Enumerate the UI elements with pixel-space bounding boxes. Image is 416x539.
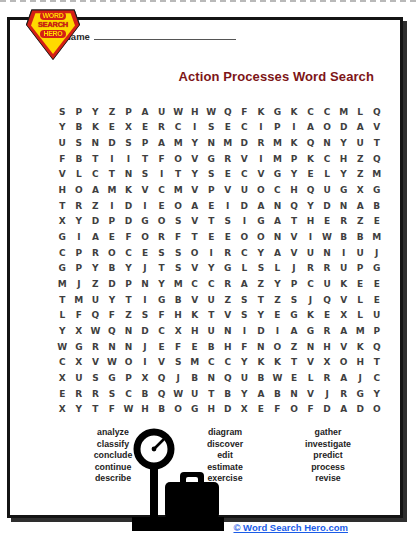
- grid-cell: Y: [87, 260, 104, 276]
- grid-cell: A: [269, 245, 286, 261]
- grid-cell: Z: [219, 292, 236, 308]
- grid-cell: I: [253, 120, 270, 136]
- grid-cell: Y: [54, 323, 71, 339]
- page-title: Action Processes Word Search: [179, 69, 374, 84]
- grid-cell: J: [302, 292, 319, 308]
- grid-cell: I: [153, 167, 170, 183]
- grid-cell: P: [269, 120, 286, 136]
- grid-cell: B: [269, 386, 286, 402]
- grid-cell: Q: [219, 104, 236, 120]
- grid-cell: G: [368, 182, 385, 198]
- grid-cell: V: [302, 354, 319, 370]
- grid-cell: M: [368, 229, 385, 245]
- grid-cell: N: [120, 339, 137, 355]
- grid-cell: N: [302, 339, 319, 355]
- grid-cell: M: [54, 276, 71, 292]
- grid-cell: E: [319, 214, 336, 230]
- grid-cell: E: [186, 339, 203, 355]
- grid-cell: B: [153, 401, 170, 417]
- grid-cell: Y: [186, 135, 203, 151]
- grid-cell: U: [186, 386, 203, 402]
- grid-cell: L: [269, 260, 286, 276]
- grid-cell: S: [170, 354, 187, 370]
- grid-cell: M: [170, 182, 187, 198]
- grid-cell: D: [236, 198, 253, 214]
- grid-cell: L: [352, 307, 369, 323]
- grid-cell: F: [170, 339, 187, 355]
- grid-cell: C: [54, 245, 71, 261]
- grid-cell: A: [269, 214, 286, 230]
- grid-cell: U: [87, 292, 104, 308]
- grid-cell: D: [87, 214, 104, 230]
- grid-cell: L: [352, 292, 369, 308]
- grid-cell: E: [137, 120, 154, 136]
- logo-text-hero: HERO: [40, 30, 65, 38]
- grid-cell: F: [236, 339, 253, 355]
- grid-cell: I: [286, 120, 303, 136]
- grid-cell: I: [253, 151, 270, 167]
- grid-cell: C: [54, 354, 71, 370]
- grid-cell: F: [153, 307, 170, 323]
- grid-cell: B: [219, 386, 236, 402]
- grid-cell: F: [104, 401, 121, 417]
- grid-cell: E: [253, 401, 270, 417]
- grid-cell: U: [153, 104, 170, 120]
- grid-cell: C: [87, 167, 104, 183]
- grid-cell: E: [203, 198, 220, 214]
- grid-cell: G: [269, 104, 286, 120]
- grid-cell: P: [71, 245, 88, 261]
- grid-cell: Z: [87, 198, 104, 214]
- grid-cell: T: [87, 151, 104, 167]
- grid-cell: W: [104, 354, 121, 370]
- grid-cell: T: [87, 401, 104, 417]
- grid-cell: P: [203, 182, 220, 198]
- grid-cell: M: [170, 276, 187, 292]
- grid-cell: U: [203, 292, 220, 308]
- grid-cell: I: [236, 214, 253, 230]
- grid-cell: X: [137, 370, 154, 386]
- grid-cell: W: [269, 370, 286, 386]
- grid-cell: V: [186, 151, 203, 167]
- grid-cell: M: [269, 151, 286, 167]
- grid-cell: J: [71, 276, 88, 292]
- grid-cell: O: [137, 229, 154, 245]
- grid-cell: V: [186, 292, 203, 308]
- grid-cell: Z: [352, 214, 369, 230]
- grid-cell: W: [120, 401, 137, 417]
- grid-cell: S: [286, 292, 303, 308]
- grid-cell: R: [87, 339, 104, 355]
- grid-cell: N: [319, 245, 336, 261]
- grid-cell: R: [335, 386, 352, 402]
- grid-cell: Q: [87, 307, 104, 323]
- grid-cell: W: [170, 386, 187, 402]
- grid-cell: S: [170, 245, 187, 261]
- grid-cell: F: [236, 104, 253, 120]
- grid-cell: S: [203, 167, 220, 183]
- grid-cell: R: [153, 120, 170, 136]
- grid-cell: T: [137, 151, 154, 167]
- grid-cell: Y: [71, 401, 88, 417]
- grid-cell: V: [219, 182, 236, 198]
- grid-cell: O: [368, 401, 385, 417]
- grid-cell: Q: [302, 135, 319, 151]
- grid-cell: M: [219, 135, 236, 151]
- word-search-hero-logo: WORD SEARCH HERO: [26, 8, 80, 60]
- grid-cell: B: [203, 339, 220, 355]
- grid-cell: B: [253, 370, 270, 386]
- grid-cell: B: [186, 370, 203, 386]
- word-list-item: analyze: [97, 427, 129, 439]
- grid-cell: E: [352, 276, 369, 292]
- grid-cell: H: [203, 401, 220, 417]
- grid-cell: R: [319, 370, 336, 386]
- grid-cell: K: [253, 354, 270, 370]
- grid-cell: K: [352, 339, 369, 355]
- grid-cell: K: [286, 135, 303, 151]
- grid-cell: I: [137, 292, 154, 308]
- grid-cell: R: [219, 245, 236, 261]
- grid-cell: V: [335, 292, 352, 308]
- grid-cell: M: [269, 135, 286, 151]
- grid-cell: C: [319, 151, 336, 167]
- grid-cell: G: [302, 323, 319, 339]
- grid-cell: O: [170, 151, 187, 167]
- grid-cell: E: [219, 120, 236, 136]
- grid-cell: U: [236, 370, 253, 386]
- grid-cell: S: [137, 167, 154, 183]
- grid-cell: V: [302, 386, 319, 402]
- grid-cell: B: [352, 229, 369, 245]
- grid-cell: T: [120, 292, 137, 308]
- grid-cell: A: [253, 198, 270, 214]
- grid-cell: T: [104, 167, 121, 183]
- grid-cell: M: [368, 167, 385, 183]
- grid-cell: V: [87, 354, 104, 370]
- grid-cell: R: [71, 386, 88, 402]
- grid-cell: N: [203, 135, 220, 151]
- grid-cell: A: [87, 229, 104, 245]
- grid-cell: L: [236, 260, 253, 276]
- grid-cell: G: [368, 260, 385, 276]
- grid-cell: Q: [368, 104, 385, 120]
- grid-cell: F: [170, 229, 187, 245]
- grid-cell: V: [253, 167, 270, 183]
- grid-cell: V: [153, 354, 170, 370]
- grid-cell: N: [269, 229, 286, 245]
- grid-cell: I: [269, 323, 286, 339]
- grid-cell: G: [104, 370, 121, 386]
- grid-cell: S: [170, 260, 187, 276]
- grid-cell: P: [71, 260, 88, 276]
- grid-cell: C: [269, 182, 286, 198]
- grid-cell: D: [335, 120, 352, 136]
- grid-cell: R: [302, 260, 319, 276]
- grid-cell: C: [120, 386, 137, 402]
- name-blank-line: [94, 39, 236, 40]
- grid-cell: D: [120, 198, 137, 214]
- grid-cell: N: [120, 323, 137, 339]
- grid-cell: Y: [203, 260, 220, 276]
- grid-cell: H: [219, 339, 236, 355]
- grid-cell: S: [137, 307, 154, 323]
- grid-cell: D: [236, 135, 253, 151]
- grid-cell: E: [104, 229, 121, 245]
- grid-cell: L: [352, 104, 369, 120]
- grid-cell: X: [54, 214, 71, 230]
- grid-cell: Y: [104, 292, 121, 308]
- grid-cell: C: [302, 104, 319, 120]
- grid-cell: E: [153, 198, 170, 214]
- grid-cell: E: [269, 307, 286, 323]
- grid-cell: B: [368, 198, 385, 214]
- grid-cell: P: [120, 276, 137, 292]
- grid-cell: G: [269, 167, 286, 183]
- grid-cell: S: [87, 370, 104, 386]
- grid-cell: K: [302, 307, 319, 323]
- grid-cell: C: [203, 354, 220, 370]
- grid-cell: F: [71, 307, 88, 323]
- grid-cell: U: [368, 307, 385, 323]
- grid-cell: S: [54, 104, 71, 120]
- grid-cell: Y: [335, 167, 352, 183]
- grid-cell: O: [253, 182, 270, 198]
- grid-cell: Q: [368, 339, 385, 355]
- grid-cell: W: [319, 229, 336, 245]
- grid-cell: A: [87, 182, 104, 198]
- grid-cell: S: [236, 307, 253, 323]
- grid-cell: V: [286, 245, 303, 261]
- grid-cell: P: [71, 104, 88, 120]
- grid-cell: G: [186, 401, 203, 417]
- grid-cell: E: [319, 307, 336, 323]
- grid-cell: P: [104, 214, 121, 230]
- grid-cell: I: [104, 151, 121, 167]
- word-list-item: conclude: [94, 450, 133, 462]
- word-search-hero-link[interactable]: © Word Search Hero.com: [233, 522, 348, 533]
- grid-cell: U: [352, 135, 369, 151]
- grid-cell: N: [269, 198, 286, 214]
- grid-cell: F: [104, 307, 121, 323]
- grid-cell: T: [153, 260, 170, 276]
- grid-cell: I: [71, 229, 88, 245]
- grid-cell: U: [54, 135, 71, 151]
- grid-cell: N: [286, 386, 303, 402]
- word-list-item: investigate: [305, 439, 351, 451]
- grid-cell: E: [368, 292, 385, 308]
- grid-cell: K: [302, 151, 319, 167]
- grid-cell: Q: [368, 151, 385, 167]
- grid-cell: E: [153, 339, 170, 355]
- grid-cell: Z: [120, 307, 137, 323]
- grid-cell: Y: [302, 198, 319, 214]
- grid-cell: M: [104, 182, 121, 198]
- grid-cell: U: [335, 260, 352, 276]
- grid-cell: O: [71, 182, 88, 198]
- grid-cell: V: [335, 339, 352, 355]
- grid-cell: T: [368, 135, 385, 151]
- word-list-item: revise: [315, 473, 340, 485]
- grid-cell: R: [219, 276, 236, 292]
- grid-cell: D: [352, 401, 369, 417]
- grid-cell: V: [54, 167, 71, 183]
- grid-cell: E: [137, 245, 154, 261]
- grid-cell: T: [54, 292, 71, 308]
- grid-cell: G: [71, 339, 88, 355]
- grid-cell: G: [203, 151, 220, 167]
- word-list-column-3: gatherinvestigatepredictprocessrevise: [290, 427, 366, 485]
- grid-cell: R: [319, 323, 336, 339]
- grid-cell: C: [368, 370, 385, 386]
- grid-cell: J: [137, 339, 154, 355]
- grid-cell: E: [219, 229, 236, 245]
- grid-cell: U: [236, 182, 253, 198]
- grid-cell: X: [71, 323, 88, 339]
- grid-cell: A: [137, 104, 154, 120]
- grid-cell: W: [87, 323, 104, 339]
- grid-cell: E: [302, 167, 319, 183]
- grid-cell: O: [120, 354, 137, 370]
- grid-cell: N: [120, 167, 137, 183]
- grid-cell: T: [203, 214, 220, 230]
- grid-cell: Q: [286, 198, 303, 214]
- grid-cell: L: [319, 167, 336, 183]
- grid-cell: Z: [352, 167, 369, 183]
- grid-cell: D: [319, 401, 336, 417]
- grid-cell: C: [302, 276, 319, 292]
- luggage-scale-icon: [128, 428, 228, 535]
- grid-cell: N: [203, 370, 220, 386]
- grid-cell: U: [203, 323, 220, 339]
- grid-cell: R: [71, 198, 88, 214]
- grid-cell: A: [335, 401, 352, 417]
- grid-cell: A: [286, 323, 303, 339]
- grid-cell: D: [253, 323, 270, 339]
- grid-cell: U: [71, 370, 88, 386]
- grid-cell: C: [236, 167, 253, 183]
- grid-cell: G: [54, 260, 71, 276]
- grid-cell: C: [236, 245, 253, 261]
- grid-cell: Q: [104, 323, 121, 339]
- grid-cell: D: [104, 276, 121, 292]
- grid-cell: G: [219, 260, 236, 276]
- grid-cell: J: [137, 260, 154, 276]
- grid-cell: S: [170, 214, 187, 230]
- grid-cell: Y: [87, 104, 104, 120]
- grid-cell: O: [253, 229, 270, 245]
- grid-cell: E: [368, 214, 385, 230]
- grid-cell: I: [186, 120, 203, 136]
- grid-cell: T: [253, 292, 270, 308]
- grid-cell: O: [335, 354, 352, 370]
- grid-cell: A: [236, 276, 253, 292]
- grid-cell: H: [186, 323, 203, 339]
- grid-cell: T: [186, 229, 203, 245]
- grid-cell: Y: [71, 214, 88, 230]
- grid-cell: E: [286, 370, 303, 386]
- grid-cell: J: [170, 370, 187, 386]
- grid-cell: W: [170, 104, 187, 120]
- grid-cell: S: [219, 214, 236, 230]
- grid-cell: H: [319, 339, 336, 355]
- grid-cell: K: [186, 307, 203, 323]
- grid-cell: U: [352, 245, 369, 261]
- grid-cell: E: [104, 120, 121, 136]
- grid-cell: T: [170, 167, 187, 183]
- grid-cell: P: [352, 260, 369, 276]
- grid-cell: D: [104, 135, 121, 151]
- grid-cell: V: [186, 182, 203, 198]
- grid-cell: I: [203, 245, 220, 261]
- grid-cell: X: [54, 370, 71, 386]
- grid-cell: P: [137, 135, 154, 151]
- grid-cell: N: [253, 339, 270, 355]
- grid-cell: J: [368, 245, 385, 261]
- grid-cell: Y: [54, 120, 71, 136]
- grid-cell: B: [71, 151, 88, 167]
- grid-cell: C: [236, 120, 253, 136]
- grid-cell: E: [203, 229, 220, 245]
- grid-cell: B: [71, 120, 88, 136]
- grid-cell: H: [286, 182, 303, 198]
- grid-cell: E: [219, 167, 236, 183]
- grid-cell: C: [153, 323, 170, 339]
- grid-cell: N: [87, 135, 104, 151]
- grid-cell: L: [302, 370, 319, 386]
- grid-cell: G: [286, 307, 303, 323]
- grid-cell: Y: [269, 276, 286, 292]
- grid-cell: V: [137, 182, 154, 198]
- grid-cell: I: [236, 323, 253, 339]
- grid-cell: A: [186, 198, 203, 214]
- grid-cell: V: [219, 307, 236, 323]
- grid-cell: T: [54, 198, 71, 214]
- grid-cell: T: [286, 214, 303, 230]
- grid-cell: X: [170, 323, 187, 339]
- grid-cell: D: [219, 401, 236, 417]
- grid-cell: L: [54, 307, 71, 323]
- grid-cell: G: [352, 386, 369, 402]
- grid-cell: H: [302, 214, 319, 230]
- grid-cell: V: [186, 260, 203, 276]
- grid-cell: N: [219, 323, 236, 339]
- grid-cell: C: [170, 120, 187, 136]
- grid-cell: X: [335, 307, 352, 323]
- grid-cell: S: [120, 135, 137, 151]
- grid-cell: C: [186, 276, 203, 292]
- grid-cell: R: [87, 245, 104, 261]
- grid-cell: B: [137, 386, 154, 402]
- grid-cell: I: [120, 151, 137, 167]
- grid-cell: W: [54, 339, 71, 355]
- grid-cell: E: [54, 386, 71, 402]
- grid-cell: C: [219, 354, 236, 370]
- grid-cell: K: [335, 276, 352, 292]
- grid-cell: Y: [153, 276, 170, 292]
- word-list-item: predict: [313, 450, 342, 462]
- grid-cell: Z: [269, 292, 286, 308]
- grid-cell: I: [335, 245, 352, 261]
- grid-cell: D: [319, 198, 336, 214]
- grid-cell: Y: [120, 260, 137, 276]
- grid-cell: H: [54, 182, 71, 198]
- grid-cell: X: [236, 401, 253, 417]
- grid-cell: D: [120, 214, 137, 230]
- grid-cell: F: [153, 151, 170, 167]
- grid-cell: X: [71, 354, 88, 370]
- grid-cell: Y: [286, 167, 303, 183]
